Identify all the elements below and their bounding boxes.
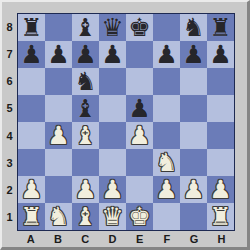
white-knight-piece[interactable]: ♞ [155,149,177,176]
white-pawn-piece[interactable]: ♟ [74,176,96,203]
square-h2[interactable]: ♟ [207,176,234,203]
file-label-e: E [126,231,153,246]
square-h6[interactable] [207,68,234,95]
square-c6[interactable]: ♞ [72,68,99,95]
square-c3[interactable] [72,149,99,176]
rank-label-8: 8 [2,13,17,40]
square-h3[interactable] [207,149,234,176]
white-pawn-piece[interactable]: ♟ [128,122,150,149]
square-f3[interactable]: ♞ [153,149,180,176]
square-c8[interactable]: ♝ [72,14,99,41]
square-f5[interactable] [153,95,180,122]
file-label-g: G [181,231,208,246]
square-d5[interactable] [99,95,126,122]
square-f4[interactable] [153,122,180,149]
square-d3[interactable] [99,149,126,176]
white-pawn-piece[interactable]: ♟ [182,176,204,203]
file-label-d: D [99,231,126,246]
black-queen-piece[interactable]: ♛ [101,14,123,41]
rank-label-7: 7 [2,40,17,67]
square-c7[interactable]: ♟ [72,41,99,68]
white-bishop-piece[interactable]: ♝ [74,203,96,230]
file-label-b: B [44,231,71,246]
white-pawn-piece[interactable]: ♟ [47,122,69,149]
square-c4[interactable]: ♝ [72,122,99,149]
square-b3[interactable] [45,149,72,176]
square-a5[interactable] [18,95,45,122]
black-rook-piece[interactable]: ♜ [20,14,42,41]
white-pawn-piece[interactable]: ♟ [155,176,177,203]
black-bishop-piece[interactable]: ♝ [74,95,96,122]
file-label-a: A [17,231,44,246]
square-f1[interactable] [153,203,180,230]
black-pawn-piece[interactable]: ♟ [182,41,204,68]
white-queen-piece[interactable]: ♛ [101,203,123,230]
square-b5[interactable] [45,95,72,122]
square-h5[interactable] [207,95,234,122]
square-a3[interactable] [18,149,45,176]
black-pawn-piece[interactable]: ♟ [101,41,123,68]
black-king-piece[interactable]: ♚ [128,14,150,41]
square-e7[interactable] [126,41,153,68]
black-bishop-piece[interactable]: ♝ [74,14,96,41]
chess-diagram-frame: 8 7 6 5 4 3 2 1 ♜♝♛♚♞♜♟♟♟♟♟♟♟♞♝♟♟♝♟♞♟♟♟♟… [0,0,250,250]
square-g7[interactable]: ♟ [180,41,207,68]
square-h1[interactable]: ♜ [207,203,234,230]
square-e6[interactable] [126,68,153,95]
square-e1[interactable]: ♚ [126,203,153,230]
black-pawn-piece[interactable]: ♟ [20,41,42,68]
black-knight-piece[interactable]: ♞ [74,68,96,95]
square-c5[interactable]: ♝ [72,95,99,122]
square-e2[interactable] [126,176,153,203]
square-e3[interactable] [126,149,153,176]
square-e8[interactable]: ♚ [126,14,153,41]
square-d7[interactable]: ♟ [99,41,126,68]
square-f7[interactable]: ♟ [153,41,180,68]
square-f2[interactable]: ♟ [153,176,180,203]
square-b7[interactable]: ♟ [45,41,72,68]
square-b6[interactable] [45,68,72,95]
square-g3[interactable] [180,149,207,176]
black-rook-piece[interactable]: ♜ [209,14,231,41]
square-g5[interactable] [180,95,207,122]
rank-labels: 8 7 6 5 4 3 2 1 [2,13,17,231]
square-a4[interactable] [18,122,45,149]
square-g2[interactable]: ♟ [180,176,207,203]
black-pawn-piece[interactable]: ♟ [155,41,177,68]
square-h8[interactable]: ♜ [207,14,234,41]
square-g8[interactable]: ♞ [180,14,207,41]
square-h4[interactable] [207,122,234,149]
rank-label-1: 1 [2,204,17,231]
white-pawn-piece[interactable]: ♟ [209,176,231,203]
black-pawn-piece[interactable]: ♟ [128,95,150,122]
white-knight-piece[interactable]: ♞ [47,203,69,230]
square-d2[interactable]: ♟ [99,176,126,203]
square-f8[interactable] [153,14,180,41]
black-knight-piece[interactable]: ♞ [182,14,204,41]
square-b2[interactable] [45,176,72,203]
rank-label-5: 5 [2,95,17,122]
file-labels: A B C D E F G H [17,231,235,246]
white-rook-piece[interactable]: ♜ [20,203,42,230]
square-a1[interactable]: ♜ [18,203,45,230]
board: ♜♝♛♚♞♜♟♟♟♟♟♟♟♞♝♟♟♝♟♞♟♟♟♟♟♟♜♞♝♛♚♜ [17,13,235,231]
rank-label-2: 2 [2,177,17,204]
square-h7[interactable]: ♟ [207,41,234,68]
square-e5[interactable]: ♟ [126,95,153,122]
square-a2[interactable]: ♟ [18,176,45,203]
file-label-c: C [72,231,99,246]
square-a6[interactable] [18,68,45,95]
square-d8[interactable]: ♛ [99,14,126,41]
white-pawn-piece[interactable]: ♟ [20,176,42,203]
white-rook-piece[interactable]: ♜ [209,203,231,230]
square-c1[interactable]: ♝ [72,203,99,230]
square-d1[interactable]: ♛ [99,203,126,230]
white-pawn-piece[interactable]: ♟ [101,176,123,203]
square-a7[interactable]: ♟ [18,41,45,68]
square-g6[interactable] [180,68,207,95]
black-pawn-piece[interactable]: ♟ [209,41,231,68]
white-king-piece[interactable]: ♚ [128,203,150,230]
square-b4[interactable]: ♟ [45,122,72,149]
square-a8[interactable]: ♜ [18,14,45,41]
square-c2[interactable]: ♟ [72,176,99,203]
file-label-f: F [153,231,180,246]
rank-label-6: 6 [2,68,17,95]
square-g4[interactable] [180,122,207,149]
square-g1[interactable] [180,203,207,230]
square-d4[interactable] [99,122,126,149]
square-b1[interactable]: ♞ [45,203,72,230]
square-d6[interactable] [99,68,126,95]
square-f6[interactable] [153,68,180,95]
rank-label-4: 4 [2,122,17,149]
black-pawn-piece[interactable]: ♟ [74,41,96,68]
square-b8[interactable] [45,14,72,41]
rank-label-3: 3 [2,149,17,176]
black-pawn-piece[interactable]: ♟ [47,41,69,68]
white-bishop-piece[interactable]: ♝ [74,122,96,149]
file-label-h: H [208,231,235,246]
square-e4[interactable]: ♟ [126,122,153,149]
